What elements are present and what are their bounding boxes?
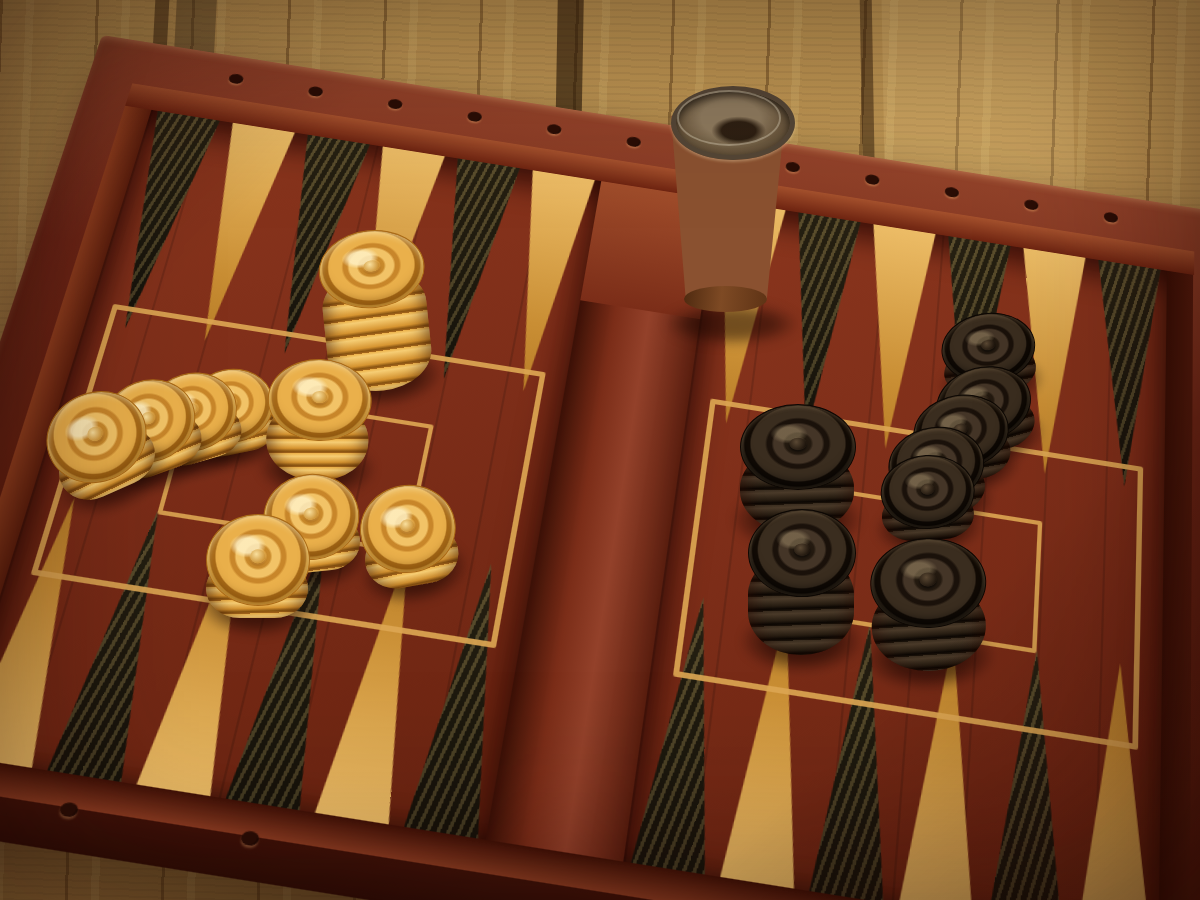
light-checker-stack[interactable] xyxy=(206,514,308,618)
light-checker-stack[interactable] xyxy=(265,357,371,482)
light-checker-stack[interactable] xyxy=(353,478,463,594)
checkers-layer xyxy=(0,0,1200,900)
dice-cup-foot xyxy=(684,286,767,312)
dark-checker-stack[interactable] xyxy=(748,509,854,655)
dice-cup[interactable] xyxy=(671,86,785,332)
scene xyxy=(0,0,1200,900)
dark-checker-stack[interactable] xyxy=(879,453,975,543)
checker-face xyxy=(748,509,856,597)
checker-face xyxy=(206,514,310,606)
dark-checker-stack[interactable] xyxy=(869,536,988,673)
dice-cup-rim-glint xyxy=(677,90,781,146)
checker-face xyxy=(740,404,856,490)
